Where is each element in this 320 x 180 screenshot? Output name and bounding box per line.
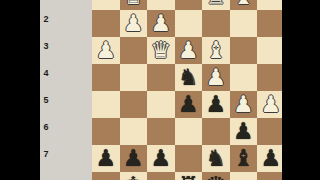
square-e1[interactable]: [175, 0, 203, 10]
white-bishop-c1[interactable]: ♝: [233, 0, 254, 10]
square-f7[interactable]: ♟: [147, 145, 175, 172]
letterbox-left: [0, 0, 40, 180]
white-queen-f3[interactable]: ♛: [150, 37, 171, 64]
square-f2[interactable]: ♟: [147, 10, 175, 37]
white-pawn-h3[interactable]: ♟: [95, 37, 116, 64]
black-knight-d7[interactable]: ♞: [205, 145, 226, 172]
rank-label-4: 4: [40, 59, 52, 86]
black-pawn-e5[interactable]: ♟: [178, 91, 199, 118]
square-f1[interactable]: [147, 0, 175, 10]
square-f4[interactable]: [147, 64, 175, 91]
square-g2[interactable]: ♟: [120, 10, 148, 37]
black-knight-e4[interactable]: ♞: [178, 64, 199, 91]
square-e7[interactable]: [175, 145, 203, 172]
letterbox-right: [282, 0, 320, 180]
square-f6[interactable]: [147, 118, 175, 145]
square-e6[interactable]: [175, 118, 203, 145]
black-king-g8[interactable]: ♚: [123, 172, 144, 180]
white-rook-d1[interactable]: ♜: [205, 0, 226, 10]
square-h7[interactable]: ♟: [92, 145, 120, 172]
square-g6[interactable]: [120, 118, 148, 145]
square-c2[interactable]: [230, 10, 258, 37]
white-bishop-d3[interactable]: ♝: [205, 37, 226, 64]
square-c1[interactable]: ♝: [230, 0, 258, 10]
rank-label-5: 5: [40, 86, 52, 113]
black-bishop-c7[interactable]: ♝: [233, 145, 254, 172]
square-g8[interactable]: ♚: [120, 172, 148, 180]
square-h6[interactable]: [92, 118, 120, 145]
black-pawn-b7[interactable]: ♟: [260, 145, 281, 172]
board-panel: ♚♜♝♜♟♟♞♟♛♟♝♟♞♟♟♟♟♟♟♟♟♟♞♝♟♟♚♜♛♜: [40, 0, 282, 180]
square-d5[interactable]: ♟: [202, 91, 230, 118]
black-pawn-f7[interactable]: ♟: [150, 145, 171, 172]
square-d2[interactable]: [202, 10, 230, 37]
square-g5[interactable]: [120, 91, 148, 118]
black-queen-d8[interactable]: ♛: [205, 172, 226, 180]
square-h5[interactable]: [92, 91, 120, 118]
square-d1[interactable]: ♜: [202, 0, 230, 10]
square-d3[interactable]: ♝: [202, 37, 230, 64]
rank-label-3: 3: [40, 32, 52, 59]
square-g1[interactable]: ♚: [120, 0, 148, 10]
black-rook-e8[interactable]: ♜: [178, 172, 199, 180]
square-c8[interactable]: [230, 172, 258, 180]
square-h3[interactable]: ♟: [92, 37, 120, 64]
white-pawn-d4[interactable]: ♟: [205, 64, 226, 91]
square-e3[interactable]: ♟: [175, 37, 203, 64]
black-pawn-c6[interactable]: ♟: [233, 118, 254, 145]
square-d8[interactable]: ♛: [202, 172, 230, 180]
square-d4[interactable]: ♟: [202, 64, 230, 91]
rank-label-7: 7: [40, 140, 52, 167]
white-pawn-c5[interactable]: ♟: [233, 91, 254, 118]
square-e2[interactable]: [175, 10, 203, 37]
screenshot-root: ♚♜♝♜♟♟♞♟♛♟♝♟♞♟♟♟♟♟♟♟♟♟♞♝♟♟♚♜♛♜ 234567: [0, 0, 320, 180]
square-h2[interactable]: [92, 10, 120, 37]
square-f5[interactable]: [147, 91, 175, 118]
white-pawn-b5[interactable]: ♟: [260, 91, 281, 118]
square-e4[interactable]: ♞: [175, 64, 203, 91]
white-pawn-e3[interactable]: ♟: [178, 37, 199, 64]
chess-board: ♚♜♝♜♟♟♞♟♛♟♝♟♞♟♟♟♟♟♟♟♟♟♞♝♟♟♚♜♛♜: [92, 0, 312, 180]
rank-label-2: 2: [40, 5, 52, 32]
square-e8[interactable]: ♜: [175, 172, 203, 180]
square-b6[interactable]: [257, 118, 285, 145]
white-pawn-g2[interactable]: ♟: [123, 10, 144, 37]
white-king-g1[interactable]: ♚: [123, 0, 144, 10]
black-pawn-d5[interactable]: ♟: [205, 91, 226, 118]
square-d7[interactable]: ♞: [202, 145, 230, 172]
square-b4[interactable]: [257, 64, 285, 91]
square-b2[interactable]: [257, 10, 285, 37]
black-pawn-g7[interactable]: ♟: [123, 145, 144, 172]
square-h4[interactable]: [92, 64, 120, 91]
square-f3[interactable]: ♛: [147, 37, 175, 64]
black-pawn-h7[interactable]: ♟: [95, 145, 116, 172]
rank-label-6: 6: [40, 113, 52, 140]
square-e5[interactable]: ♟: [175, 91, 203, 118]
white-pawn-f2[interactable]: ♟: [150, 10, 171, 37]
square-d6[interactable]: [202, 118, 230, 145]
rank-labels: 234567: [40, 0, 52, 180]
square-f8[interactable]: [147, 172, 175, 180]
square-c4[interactable]: [230, 64, 258, 91]
square-b1[interactable]: [257, 0, 285, 10]
square-b7[interactable]: ♟: [257, 145, 285, 172]
square-c6[interactable]: ♟: [230, 118, 258, 145]
square-b5[interactable]: ♟: [257, 91, 285, 118]
square-b8[interactable]: [257, 172, 285, 180]
square-c5[interactable]: ♟: [230, 91, 258, 118]
square-g7[interactable]: ♟: [120, 145, 148, 172]
square-c3[interactable]: [230, 37, 258, 64]
square-g4[interactable]: [120, 64, 148, 91]
square-h1[interactable]: [92, 0, 120, 10]
square-h8[interactable]: [92, 172, 120, 180]
square-b3[interactable]: [257, 37, 285, 64]
square-g3[interactable]: [120, 37, 148, 64]
square-c7[interactable]: ♝: [230, 145, 258, 172]
